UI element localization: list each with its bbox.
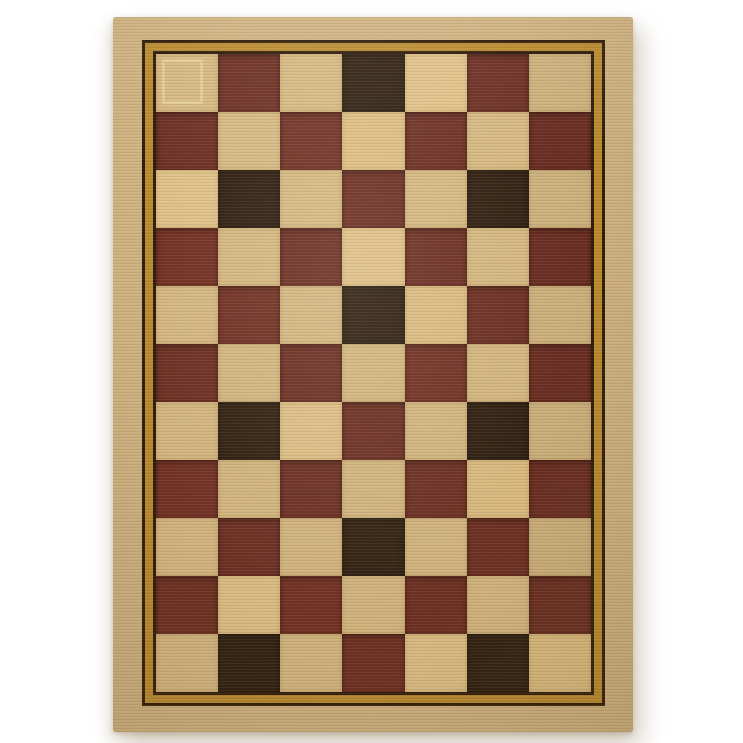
board-cell-r2c2 [218,112,280,170]
board-cell-r1c3 [280,54,342,112]
board-cell-r6c3 [280,344,342,402]
board-cell-r4c7 [529,228,591,286]
board-cell-r1c1 [156,54,218,112]
board-cell-r5c5 [405,286,467,344]
checkerboard-field [156,54,591,692]
board-cell-r4c4 [342,228,404,286]
board-cell-r11c7 [529,634,591,692]
board-cell-r3c3 [280,170,342,228]
board-cell-r8c6 [467,460,529,518]
board-cell-r7c5 [405,402,467,460]
board-cell-r8c3 [280,460,342,518]
board-cell-r1c5 [405,54,467,112]
board-cell-r9c5 [405,518,467,576]
board-cell-r2c6 [467,112,529,170]
board-cell-r5c3 [280,286,342,344]
board-cell-r9c3 [280,518,342,576]
board-cell-r3c1 [156,170,218,228]
board-cell-r11c5 [405,634,467,692]
checkerboard-rug [113,17,633,732]
board-cell-r2c5 [405,112,467,170]
board-cell-r4c5 [405,228,467,286]
board-cell-r10c7 [529,576,591,634]
rug-border-frame [142,40,605,706]
board-cell-r5c2 [218,286,280,344]
board-cell-r9c1 [156,518,218,576]
rug-inner-pinstripe [153,51,594,695]
board-cell-r4c3 [280,228,342,286]
board-cell-r3c4 [342,170,404,228]
board-cell-r8c7 [529,460,591,518]
board-cell-r6c2 [218,344,280,402]
board-cell-r1c2 [218,54,280,112]
board-cell-r6c4 [342,344,404,402]
board-cell-r8c1 [156,460,218,518]
board-cell-r10c3 [280,576,342,634]
board-cell-r2c3 [280,112,342,170]
board-cell-r10c1 [156,576,218,634]
board-cell-r9c6 [467,518,529,576]
board-cell-r10c2 [218,576,280,634]
board-cell-r8c5 [405,460,467,518]
board-cell-r6c5 [405,344,467,402]
board-cell-r1c6 [467,54,529,112]
board-cell-r10c5 [405,576,467,634]
board-cell-r6c6 [467,344,529,402]
board-cell-r5c4 [342,286,404,344]
board-cell-r9c4 [342,518,404,576]
board-cell-r11c3 [280,634,342,692]
board-cell-r9c2 [218,518,280,576]
board-cell-r7c3 [280,402,342,460]
board-cell-r3c7 [529,170,591,228]
board-cell-r7c2 [218,402,280,460]
board-cell-r10c6 [467,576,529,634]
board-cell-r7c1 [156,402,218,460]
board-cell-r10c4 [342,576,404,634]
board-cell-r5c7 [529,286,591,344]
board-cell-r1c4 [342,54,404,112]
photo-background [0,0,743,743]
board-cell-r7c7 [529,402,591,460]
board-cell-r11c6 [467,634,529,692]
board-cell-r2c1 [156,112,218,170]
board-cell-r4c2 [218,228,280,286]
board-cell-r6c7 [529,344,591,402]
board-cell-r11c2 [218,634,280,692]
board-cell-r11c4 [342,634,404,692]
board-cell-r3c5 [405,170,467,228]
board-cell-r6c1 [156,344,218,402]
board-cell-r3c6 [467,170,529,228]
board-cell-r5c6 [467,286,529,344]
board-cell-r4c1 [156,228,218,286]
board-cell-r11c1 [156,634,218,692]
board-cell-r9c7 [529,518,591,576]
board-cell-r7c6 [467,402,529,460]
board-cell-r1c7 [529,54,591,112]
board-cell-r8c2 [218,460,280,518]
board-cell-r7c4 [342,402,404,460]
board-cell-r5c1 [156,286,218,344]
board-cell-r2c4 [342,112,404,170]
board-cell-r8c4 [342,460,404,518]
board-cell-r3c2 [218,170,280,228]
board-cell-r4c6 [467,228,529,286]
board-cell-r2c7 [529,112,591,170]
